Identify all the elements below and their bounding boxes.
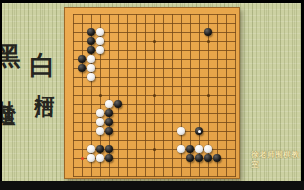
white-stone [177,145,186,154]
star-point [207,40,210,43]
white-stone [96,46,105,55]
black-stone [204,28,213,37]
black-stone [78,55,87,64]
player-controls-bar[interactable] [0,181,304,190]
white-stone [177,127,186,136]
video-frame: 黑 朴廷桓 白 柯洁 徐老师围棋教室 [0,0,304,190]
white-stone [96,118,105,127]
grid-line-vertical [226,14,227,177]
white-stone [96,37,105,46]
letterbox-top [0,0,304,3]
black-stone [87,46,96,55]
black-stone [105,118,114,127]
star-point [153,40,156,43]
black-stone [204,154,213,163]
star-point [207,94,210,97]
star-point [153,94,156,97]
grid-line-horizontal [73,140,236,141]
black-stone [105,109,114,118]
white-stone [105,100,114,109]
red-move-marker [81,157,84,160]
white-stone [195,145,204,154]
go-board[interactable] [64,7,240,179]
white-stone [96,127,105,136]
black-stone [105,127,114,136]
white-stone [96,154,105,163]
grid-line-vertical [217,14,218,177]
white-stone [87,73,96,82]
black-player-name: 朴廷桓 [0,85,16,94]
letterbox-left [0,0,2,190]
black-stone [213,154,222,163]
white-player-name: 柯洁 [35,79,55,85]
white-stone [87,145,96,154]
black-stone [114,100,123,109]
letterbox-right [301,0,304,190]
white-stone [96,109,105,118]
grid-line-horizontal [73,104,236,105]
black-stone [195,154,204,163]
grid-line-vertical [172,14,173,177]
grid-line-horizontal [73,167,236,168]
black-stone [186,145,195,154]
white-stone [96,28,105,37]
watermark-text: 徐老师围棋教室 [251,150,304,170]
grid-line-vertical [235,14,236,177]
black-stone [105,145,114,154]
black-stone [87,37,96,46]
white-stone [204,145,213,154]
black-stone [105,154,114,163]
black-stone [78,64,87,73]
star-point [99,94,102,97]
white-stone [87,64,96,73]
last-move-marker [198,130,201,133]
grid-line-vertical [163,14,164,177]
grid-line-horizontal [73,176,236,177]
black-stone [186,154,195,163]
black-stone [87,28,96,37]
black-stone [96,145,105,154]
white-stone [87,154,96,163]
white-stone [87,55,96,64]
star-point [153,148,156,151]
